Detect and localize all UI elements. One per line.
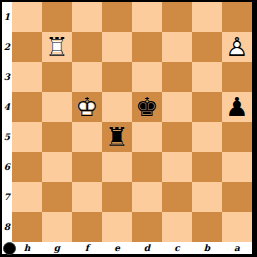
square-b2[interactable] — [192, 32, 222, 62]
white-rook-glyph: ♖ — [42, 32, 72, 62]
square-e6[interactable] — [102, 152, 132, 182]
file-label-b: b — [192, 242, 222, 254]
square-g1[interactable] — [42, 2, 72, 32]
square-h1[interactable] — [12, 2, 42, 32]
square-d1[interactable] — [132, 2, 162, 32]
rank-label-1: 1 — [2, 2, 12, 32]
square-f7[interactable] — [72, 182, 102, 212]
square-b6[interactable] — [192, 152, 222, 182]
square-f3[interactable] — [72, 62, 102, 92]
square-g2[interactable]: ♜♖ — [42, 32, 72, 62]
rank-label-3: 3 — [2, 62, 12, 92]
rank-label-6: 6 — [2, 152, 12, 182]
rank-label-5: 5 — [2, 122, 12, 152]
black-rook-glyph: ♜ — [102, 122, 132, 152]
square-g8[interactable] — [42, 212, 72, 242]
square-h2[interactable] — [12, 32, 42, 62]
rank-label-8: 8 — [2, 212, 12, 242]
square-d5[interactable] — [132, 122, 162, 152]
file-label-e: e — [102, 242, 132, 254]
square-g3[interactable] — [42, 62, 72, 92]
black-pawn-glyph: ♟ — [222, 92, 252, 122]
square-f5[interactable] — [72, 122, 102, 152]
black-king-glyph: ♚ — [132, 92, 162, 122]
square-a8[interactable] — [222, 212, 252, 242]
file-label-g: g — [42, 242, 72, 254]
square-a1[interactable] — [222, 2, 252, 32]
square-g7[interactable] — [42, 182, 72, 212]
square-a4[interactable]: ♟ — [222, 92, 252, 122]
square-c1[interactable] — [162, 2, 192, 32]
square-f6[interactable] — [72, 152, 102, 182]
square-c7[interactable] — [162, 182, 192, 212]
side-to-move-indicator — [3, 242, 16, 255]
square-f4[interactable]: ♚♔ — [72, 92, 102, 122]
square-h7[interactable] — [12, 182, 42, 212]
piece-white-pawn[interactable]: ♟♙ — [222, 32, 252, 62]
square-d8[interactable] — [132, 212, 162, 242]
square-c4[interactable] — [162, 92, 192, 122]
white-king-glyph: ♔ — [72, 92, 102, 122]
square-d2[interactable] — [132, 32, 162, 62]
square-b8[interactable] — [192, 212, 222, 242]
file-label-d: d — [132, 242, 162, 254]
square-b3[interactable] — [192, 62, 222, 92]
piece-black-rook[interactable]: ♜ — [102, 122, 132, 152]
square-f2[interactable] — [72, 32, 102, 62]
square-h8[interactable] — [12, 212, 42, 242]
file-labels: hgfedcba — [12, 242, 252, 254]
chess-board: ♜♖♟♙♚♔♚♟♜ — [12, 2, 252, 242]
square-d6[interactable] — [132, 152, 162, 182]
chess-diagram: 12345678 ♜♖♟♙♚♔♚♟♜ hgfedcba — [0, 0, 257, 257]
square-c6[interactable] — [162, 152, 192, 182]
square-b5[interactable] — [192, 122, 222, 152]
square-e8[interactable] — [102, 212, 132, 242]
square-g6[interactable] — [42, 152, 72, 182]
square-a6[interactable] — [222, 152, 252, 182]
square-c5[interactable] — [162, 122, 192, 152]
square-d4[interactable]: ♚ — [132, 92, 162, 122]
square-g5[interactable] — [42, 122, 72, 152]
square-h5[interactable] — [12, 122, 42, 152]
square-c2[interactable] — [162, 32, 192, 62]
square-e5[interactable]: ♜ — [102, 122, 132, 152]
square-d7[interactable] — [132, 182, 162, 212]
square-a5[interactable] — [222, 122, 252, 152]
square-a3[interactable] — [222, 62, 252, 92]
square-f1[interactable] — [72, 2, 102, 32]
square-e2[interactable] — [102, 32, 132, 62]
square-c8[interactable] — [162, 212, 192, 242]
square-c3[interactable] — [162, 62, 192, 92]
square-d3[interactable] — [132, 62, 162, 92]
square-h4[interactable] — [12, 92, 42, 122]
rank-labels: 12345678 — [2, 2, 12, 242]
square-a7[interactable] — [222, 182, 252, 212]
file-label-a: a — [222, 242, 252, 254]
rank-label-2: 2 — [2, 32, 12, 62]
piece-white-king[interactable]: ♚♔ — [72, 92, 102, 122]
square-a2[interactable]: ♟♙ — [222, 32, 252, 62]
file-label-h: h — [12, 242, 42, 254]
square-b7[interactable] — [192, 182, 222, 212]
square-e4[interactable] — [102, 92, 132, 122]
file-label-c: c — [162, 242, 192, 254]
square-g4[interactable] — [42, 92, 72, 122]
square-b1[interactable] — [192, 2, 222, 32]
piece-white-rook[interactable]: ♜♖ — [42, 32, 72, 62]
square-b4[interactable] — [192, 92, 222, 122]
square-h6[interactable] — [12, 152, 42, 182]
piece-black-king[interactable]: ♚ — [132, 92, 162, 122]
piece-black-pawn[interactable]: ♟ — [222, 92, 252, 122]
square-e1[interactable] — [102, 2, 132, 32]
square-e7[interactable] — [102, 182, 132, 212]
file-label-f: f — [72, 242, 102, 254]
white-pawn-glyph: ♙ — [222, 32, 252, 62]
rank-label-4: 4 — [2, 92, 12, 122]
square-h3[interactable] — [12, 62, 42, 92]
rank-label-7: 7 — [2, 182, 12, 212]
square-e3[interactable] — [102, 62, 132, 92]
square-f8[interactable] — [72, 212, 102, 242]
